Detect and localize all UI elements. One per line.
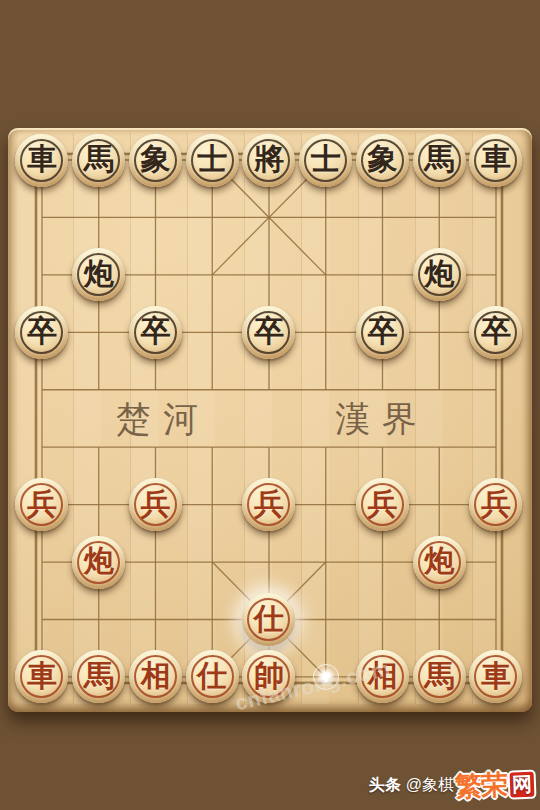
- cell-f8[interactable]: [297, 533, 354, 590]
- cell-g6[interactable]: [354, 418, 411, 475]
- cell-c1[interactable]: 象: [127, 131, 184, 188]
- piece-red-cannon-b8[interactable]: 炮: [72, 536, 125, 589]
- cell-e8[interactable]: [241, 533, 298, 590]
- cell-e7[interactable]: 兵: [241, 476, 298, 533]
- piece-red-chariot-i10[interactable]: 車: [469, 650, 522, 703]
- piece-character: 車: [481, 661, 511, 691]
- cell-c10[interactable]: 相: [127, 648, 184, 705]
- piece-character: 馬: [84, 144, 114, 174]
- piece-character: 炮: [84, 259, 114, 289]
- cell-h7[interactable]: [411, 476, 468, 533]
- cell-g10[interactable]: 相: [354, 648, 411, 705]
- cell-d6[interactable]: [184, 418, 241, 475]
- piece-red-elephant-g10[interactable]: 相: [356, 650, 409, 703]
- piece-character: 卒: [27, 316, 57, 346]
- piece-black-elephant-g1[interactable]: 象: [356, 134, 409, 187]
- piece-black-chariot-i1[interactable]: 車: [469, 134, 522, 187]
- piece-character: 車: [27, 144, 57, 174]
- piece-character: 卒: [140, 316, 170, 346]
- cell-b2[interactable]: [70, 189, 127, 246]
- piece-character: 馬: [84, 661, 114, 691]
- piece-black-chariot-a1[interactable]: 車: [15, 134, 68, 187]
- piece-character: 兵: [481, 489, 511, 519]
- piece-black-advisor-d1[interactable]: 士: [186, 134, 239, 187]
- cell-i6[interactable]: [468, 418, 525, 475]
- piece-character: 士: [311, 144, 341, 174]
- piece-red-advisor-d10[interactable]: 仕: [186, 650, 239, 703]
- cell-f10[interactable]: [297, 648, 354, 705]
- cell-h5[interactable]: [411, 361, 468, 418]
- cell-c5[interactable]: [127, 361, 184, 418]
- cell-i9[interactable]: [468, 591, 525, 648]
- cell-a5[interactable]: [14, 361, 71, 418]
- piece-character: 炮: [424, 546, 454, 576]
- cell-c3[interactable]: [127, 246, 184, 303]
- piece-character: 炮: [424, 259, 454, 289]
- cell-f5[interactable]: [297, 361, 354, 418]
- footer-handle: @象棋: [406, 775, 454, 796]
- cell-f1[interactable]: 士: [297, 131, 354, 188]
- piece-character: 象: [140, 144, 170, 174]
- piece-character: 兵: [367, 489, 397, 519]
- piece-character: 兵: [140, 489, 170, 519]
- cell-f6[interactable]: [297, 418, 354, 475]
- footer-prefix: 头条: [369, 775, 401, 796]
- cell-f2[interactable]: [297, 189, 354, 246]
- footer-logo-main: 繁荣: [454, 767, 507, 805]
- cell-f9[interactable]: [297, 591, 354, 648]
- piece-character: 仕: [197, 661, 227, 691]
- piece-character: 炮: [84, 546, 114, 576]
- cell-g4[interactable]: 卒: [354, 304, 411, 361]
- cell-h2[interactable]: [411, 189, 468, 246]
- cell-a6[interactable]: [14, 418, 71, 475]
- piece-black-elephant-c1[interactable]: 象: [129, 134, 182, 187]
- cell-g8[interactable]: [354, 533, 411, 590]
- piece-red-soldier-i7[interactable]: 兵: [469, 478, 522, 531]
- piece-black-horse-h1[interactable]: 馬: [413, 134, 466, 187]
- cell-c4[interactable]: 卒: [127, 304, 184, 361]
- cell-f3[interactable]: [297, 246, 354, 303]
- piece-red-horse-h10[interactable]: 馬: [413, 650, 466, 703]
- cell-e4[interactable]: 卒: [241, 304, 298, 361]
- piece-red-soldier-e7[interactable]: 兵: [242, 478, 295, 531]
- piece-black-advisor-f1[interactable]: 士: [299, 134, 352, 187]
- cell-d7[interactable]: [184, 476, 241, 533]
- piece-black-cannon-h3[interactable]: 炮: [413, 248, 466, 301]
- cell-g2[interactable]: [354, 189, 411, 246]
- piece-red-soldier-g7[interactable]: 兵: [356, 478, 409, 531]
- piece-red-horse-b10[interactable]: 馬: [72, 650, 125, 703]
- cell-b4[interactable]: [70, 304, 127, 361]
- piece-red-general-e10[interactable]: 帥: [242, 650, 295, 703]
- cell-h9[interactable]: [411, 591, 468, 648]
- piece-character: 兵: [27, 489, 57, 519]
- cell-h1[interactable]: 馬: [411, 131, 468, 188]
- cell-e6[interactable]: [241, 418, 298, 475]
- piece-red-soldier-a7[interactable]: 兵: [15, 478, 68, 531]
- piece-character: 相: [367, 661, 397, 691]
- piece-black-horse-b1[interactable]: 馬: [72, 134, 125, 187]
- cell-g1[interactable]: 象: [354, 131, 411, 188]
- piece-character: 馬: [424, 144, 454, 174]
- cell-a8[interactable]: [14, 533, 71, 590]
- cell-d10[interactable]: 仕: [184, 648, 241, 705]
- cell-e2[interactable]: [241, 189, 298, 246]
- cell-c8[interactable]: [127, 533, 184, 590]
- cell-a3[interactable]: [14, 246, 71, 303]
- cell-g5[interactable]: [354, 361, 411, 418]
- cell-b7[interactable]: [70, 476, 127, 533]
- piece-character: 卒: [254, 316, 284, 346]
- cell-e5[interactable]: [241, 361, 298, 418]
- cell-h8[interactable]: 炮: [411, 533, 468, 590]
- cell-e9[interactable]: 仕: [241, 591, 298, 648]
- piece-character: 士: [197, 144, 227, 174]
- piece-black-soldier-e4[interactable]: 卒: [242, 306, 295, 359]
- cell-b3[interactable]: 炮: [70, 246, 127, 303]
- cell-h6[interactable]: [411, 418, 468, 475]
- cell-d4[interactable]: [184, 304, 241, 361]
- cell-d2[interactable]: [184, 189, 241, 246]
- piece-character: 將: [254, 144, 284, 174]
- cell-c9[interactable]: [127, 591, 184, 648]
- cell-e3[interactable]: [241, 246, 298, 303]
- piece-red-advisor-e9[interactable]: 仕: [242, 593, 295, 646]
- cell-d8[interactable]: [184, 533, 241, 590]
- board-cells: 車馬象士將士象馬車炮炮卒卒卒卒卒兵兵兵兵兵炮炮仕車馬相仕帥相馬車: [14, 131, 525, 705]
- cell-g3[interactable]: [354, 246, 411, 303]
- cell-g9[interactable]: [354, 591, 411, 648]
- cell-c6[interactable]: [127, 418, 184, 475]
- footer-credit: 头条 @象棋 繁荣 网: [369, 767, 536, 803]
- cell-i5[interactable]: [468, 361, 525, 418]
- cell-f4[interactable]: [297, 304, 354, 361]
- piece-character: 帥: [254, 661, 284, 691]
- piece-character: 仕: [254, 604, 284, 634]
- piece-character: 象: [367, 144, 397, 174]
- cell-c2[interactable]: [127, 189, 184, 246]
- piece-character: 兵: [254, 489, 284, 519]
- piece-black-general-e1[interactable]: 將: [242, 134, 295, 187]
- piece-black-soldier-c4[interactable]: 卒: [129, 306, 182, 359]
- cell-a10[interactable]: 車: [14, 648, 71, 705]
- piece-character: 馬: [424, 661, 454, 691]
- cell-d5[interactable]: [184, 361, 241, 418]
- cell-a7[interactable]: 兵: [14, 476, 71, 533]
- cell-g7[interactable]: 兵: [354, 476, 411, 533]
- piece-black-soldier-i4[interactable]: 卒: [469, 306, 522, 359]
- cell-h4[interactable]: [411, 304, 468, 361]
- piece-red-elephant-c10[interactable]: 相: [129, 650, 182, 703]
- cell-a9[interactable]: [14, 591, 71, 648]
- cell-b1[interactable]: 馬: [70, 131, 127, 188]
- cell-e10[interactable]: 帥: [241, 648, 298, 705]
- footer-logo: 繁荣 网: [454, 766, 536, 805]
- cell-f7[interactable]: [297, 476, 354, 533]
- cell-i3[interactable]: [468, 246, 525, 303]
- piece-character: 車: [27, 661, 57, 691]
- cell-c7[interactable]: 兵: [127, 476, 184, 533]
- cell-i2[interactable]: [468, 189, 525, 246]
- cell-b8[interactable]: 炮: [70, 533, 127, 590]
- cell-b9[interactable]: [70, 591, 127, 648]
- cell-d3[interactable]: [184, 246, 241, 303]
- cell-a4[interactable]: 卒: [14, 304, 71, 361]
- cell-a1[interactable]: 車: [14, 131, 71, 188]
- cell-i10[interactable]: 車: [468, 648, 525, 705]
- piece-black-soldier-g4[interactable]: 卒: [356, 306, 409, 359]
- piece-black-cannon-b3[interactable]: 炮: [72, 248, 125, 301]
- footer-logo-box: 网: [507, 769, 536, 799]
- piece-red-soldier-c7[interactable]: 兵: [129, 478, 182, 531]
- cell-i8[interactable]: [468, 533, 525, 590]
- piece-red-chariot-a10[interactable]: 車: [15, 650, 68, 703]
- piece-character: 相: [140, 661, 170, 691]
- piece-character: 卒: [481, 316, 511, 346]
- piece-character: 卒: [367, 316, 397, 346]
- cell-a2[interactable]: [14, 189, 71, 246]
- piece-character: 車: [481, 144, 511, 174]
- cell-i7[interactable]: 兵: [468, 476, 525, 533]
- cell-b10[interactable]: 馬: [70, 648, 127, 705]
- cell-h10[interactable]: 馬: [411, 648, 468, 705]
- cell-e1[interactable]: 將: [241, 131, 298, 188]
- cell-b6[interactable]: [70, 418, 127, 475]
- piece-black-soldier-a4[interactable]: 卒: [15, 306, 68, 359]
- cell-i1[interactable]: 車: [468, 131, 525, 188]
- cell-h3[interactable]: 炮: [411, 246, 468, 303]
- cell-d1[interactable]: 士: [184, 131, 241, 188]
- cell-b5[interactable]: [70, 361, 127, 418]
- cell-d9[interactable]: [184, 591, 241, 648]
- game-screen: 楚河 漢界 車馬象士將士象馬車炮炮卒卒卒卒卒兵兵兵兵兵炮炮仕車馬相仕帥相馬車 c…: [0, 0, 540, 810]
- piece-red-cannon-h8[interactable]: 炮: [413, 536, 466, 589]
- cell-i4[interactable]: 卒: [468, 304, 525, 361]
